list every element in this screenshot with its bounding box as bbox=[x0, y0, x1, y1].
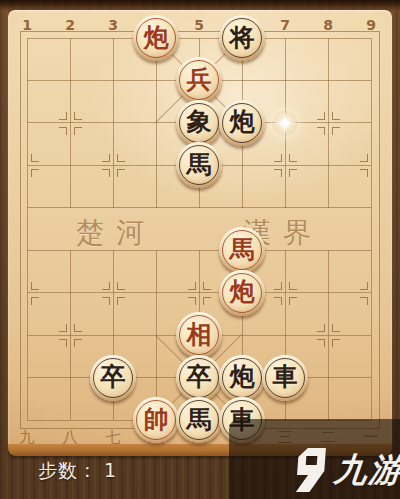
point-marker bbox=[59, 324, 67, 332]
grid-file-line bbox=[371, 38, 372, 420]
piece-black-general[interactable]: 将 bbox=[219, 15, 265, 61]
piece-black-elephant[interactable]: 象 bbox=[176, 100, 222, 146]
point-marker bbox=[188, 282, 196, 290]
point-marker bbox=[332, 324, 340, 332]
step-counter-label: 步数： bbox=[38, 459, 98, 481]
point-marker bbox=[289, 169, 297, 177]
point-marker bbox=[31, 282, 39, 290]
piece-black-chariot[interactable]: 車 bbox=[262, 355, 308, 401]
point-marker bbox=[59, 339, 67, 347]
piece-character: 兵 bbox=[187, 67, 212, 92]
point-marker bbox=[360, 154, 368, 162]
piece-character: 相 bbox=[187, 322, 212, 347]
9game-logo-icon bbox=[295, 447, 329, 493]
point-marker bbox=[289, 297, 297, 305]
file-label-top: 1 bbox=[22, 17, 32, 33]
step-counter-value: 1 bbox=[104, 459, 117, 481]
point-marker bbox=[274, 154, 282, 162]
point-marker bbox=[317, 324, 325, 332]
point-marker bbox=[117, 169, 125, 177]
piece-character: 炮 bbox=[230, 279, 255, 304]
point-marker bbox=[274, 282, 282, 290]
piece-character: 馬 bbox=[230, 237, 255, 262]
point-marker bbox=[59, 127, 67, 135]
point-marker bbox=[317, 339, 325, 347]
piece-character: 象 bbox=[187, 109, 212, 134]
piece-character: 炮 bbox=[144, 25, 169, 50]
point-marker bbox=[102, 169, 110, 177]
point-marker bbox=[274, 169, 282, 177]
file-label-top: 7 bbox=[280, 17, 290, 33]
point-marker bbox=[31, 154, 39, 162]
point-marker bbox=[360, 297, 368, 305]
grid-file-line-top bbox=[328, 38, 329, 208]
sparkle-effect bbox=[271, 109, 299, 137]
point-marker bbox=[289, 282, 297, 290]
point-marker bbox=[74, 112, 82, 120]
grid-file-line-top bbox=[113, 38, 114, 208]
file-label-top: 3 bbox=[108, 17, 118, 33]
file-label-top: 9 bbox=[366, 17, 376, 33]
grid-file-line-bottom bbox=[70, 250, 71, 420]
point-marker bbox=[117, 154, 125, 162]
point-marker bbox=[117, 297, 125, 305]
file-label-bottom: 七 bbox=[106, 428, 121, 447]
piece-red-general[interactable]: 帥 bbox=[133, 397, 179, 443]
point-marker bbox=[332, 112, 340, 120]
point-marker bbox=[102, 282, 110, 290]
piece-red-elephant[interactable]: 相 bbox=[176, 312, 222, 358]
point-marker bbox=[59, 112, 67, 120]
step-counter: 步数：1 bbox=[38, 458, 117, 484]
file-label-top: 2 bbox=[65, 17, 75, 33]
piece-black-soldier[interactable]: 卒 bbox=[90, 355, 136, 401]
point-marker bbox=[74, 339, 82, 347]
point-marker bbox=[31, 169, 39, 177]
point-marker bbox=[31, 297, 39, 305]
piece-red-cannon[interactable]: 炮 bbox=[133, 15, 179, 61]
point-marker bbox=[102, 154, 110, 162]
piece-character: 帥 bbox=[144, 407, 169, 432]
point-marker bbox=[360, 282, 368, 290]
point-marker bbox=[317, 127, 325, 135]
watermark-row: 九游 bbox=[295, 447, 400, 493]
grid-file-line bbox=[27, 38, 28, 420]
piece-character: 卒 bbox=[187, 364, 212, 389]
piece-black-soldier[interactable]: 卒 bbox=[176, 355, 222, 401]
piece-black-cannon[interactable]: 炮 bbox=[219, 100, 265, 146]
river-label-left: 楚河 bbox=[76, 214, 156, 252]
file-label-bottom: 八 bbox=[63, 428, 78, 447]
piece-character: 炮 bbox=[230, 109, 255, 134]
game-screen: 123456789九八七六五四三二一 楚河 漢界 炮将兵象炮馬馬炮相卒卒炮車帥馬… bbox=[0, 0, 400, 499]
file-label-top: 5 bbox=[194, 17, 204, 33]
point-marker bbox=[74, 127, 82, 135]
piece-character: 車 bbox=[273, 364, 298, 389]
piece-red-horse[interactable]: 馬 bbox=[219, 227, 265, 273]
piece-black-horse[interactable]: 馬 bbox=[176, 397, 222, 443]
piece-character: 馬 bbox=[187, 407, 212, 432]
point-marker bbox=[74, 324, 82, 332]
point-marker bbox=[102, 297, 110, 305]
piece-red-cannon[interactable]: 炮 bbox=[219, 270, 265, 316]
point-marker bbox=[117, 282, 125, 290]
piece-character: 卒 bbox=[101, 364, 126, 389]
point-marker bbox=[203, 297, 211, 305]
point-marker bbox=[317, 112, 325, 120]
point-marker bbox=[188, 297, 196, 305]
point-marker bbox=[360, 169, 368, 177]
file-label-top: 8 bbox=[323, 17, 333, 33]
point-marker bbox=[332, 127, 340, 135]
piece-black-cannon[interactable]: 炮 bbox=[219, 355, 265, 401]
grid-file-line-top bbox=[70, 38, 71, 208]
point-marker bbox=[203, 282, 211, 290]
watermark-overlay: 九游 bbox=[229, 419, 400, 499]
watermark-text: 九游 bbox=[332, 448, 400, 493]
piece-character: 将 bbox=[230, 25, 255, 50]
point-marker bbox=[274, 297, 282, 305]
file-label-bottom: 九 bbox=[20, 428, 35, 447]
grid-file-line-bottom bbox=[328, 250, 329, 420]
piece-character: 馬 bbox=[187, 152, 212, 177]
piece-character: 炮 bbox=[230, 364, 255, 389]
point-marker bbox=[289, 154, 297, 162]
point-marker bbox=[332, 339, 340, 347]
